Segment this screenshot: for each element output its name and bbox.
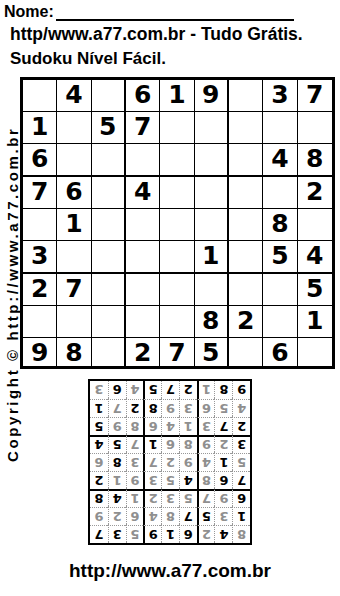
solution-cell-r3c1: 6 [232,489,250,507]
puzzle-cell-r8c5 [160,306,194,338]
puzzle-cell-r3c2 [57,144,91,177]
solution-cell-r9c4: 2 [179,381,197,399]
puzzle-cell-r6c2 [57,241,91,274]
solution-cell-r3c3: 7 [197,489,215,507]
solution-cell-r2c1: 1 [232,507,250,525]
puzzle-cell-r5c8: 8 [263,209,297,241]
puzzle-cell-r2c1: 1 [23,112,57,144]
puzzle-cell-r8c3 [92,306,126,338]
solution-cell-r6c8: 5 [108,435,126,453]
puzzle-cell-r9c8: 6 [263,338,297,369]
solution-cell-r6c6: 1 [143,435,161,453]
page: Nome: http/www.a77.com.br - Tudo Grátis.… [0,0,340,596]
solution-cell-r8c3: 6 [197,399,215,417]
solution-cell-r4c1: 7 [232,471,250,489]
solution-cell-r6c4: 8 [179,435,197,453]
puzzle-cell-r7c6 [195,274,229,306]
solution-cell-r5c1: 5 [232,453,250,471]
solution-cell-r9c5: 7 [161,381,179,399]
solution-cell-r7c2: 7 [214,417,232,435]
puzzle-cell-r6c1: 3 [23,241,57,274]
puzzle-cell-r2c4: 7 [126,112,160,144]
puzzle-cell-r5c6 [195,209,229,241]
solution-cell-r2c3: 5 [197,507,215,525]
name-row: Nome: [4,3,294,21]
puzzle-cell-r5c9 [298,209,332,241]
solution-cell-r7c6: 6 [143,417,161,435]
solution-cell-r5c9: 6 [90,453,108,471]
puzzle-cell-r1c7 [229,80,263,112]
solution-cell-r3c9: 8 [90,489,108,507]
solution-cell-r7c8: 9 [108,417,126,435]
puzzle-cell-r7c7 [229,274,263,306]
puzzle-cell-r9c2: 8 [57,338,91,369]
solution-grid: 8426195371357846296975321487684539125149… [88,379,252,545]
solution-cell-r5c7: 3 [126,453,144,471]
puzzle-cell-r1c9: 7 [298,80,332,112]
solution-cell-r9c7: 4 [126,381,144,399]
puzzle-cell-r7c8 [263,274,297,306]
puzzle-cell-r6c4 [126,241,160,274]
solution-cell-r2c4: 7 [179,507,197,525]
solution-cell-r4c2: 6 [214,471,232,489]
puzzle-cell-r8c8 [263,306,297,338]
solution-cell-r1c9: 7 [90,525,108,543]
puzzle-cell-r6c8: 5 [263,241,297,274]
puzzle-cell-r7c9: 5 [298,274,332,306]
solution-cell-r3c7: 1 [126,489,144,507]
solution-cell-r7c7: 8 [126,417,144,435]
puzzle-cell-r9c1: 9 [23,338,57,369]
puzzle-cell-r3c1: 6 [23,144,57,177]
solution-cell-r5c8: 8 [108,453,126,471]
solution-cell-r1c7: 5 [126,525,144,543]
puzzle-cell-r5c7 [229,209,263,241]
solution-cell-r6c1: 3 [232,435,250,453]
solution-cell-r6c2: 2 [214,435,232,453]
puzzle-cell-r7c5 [160,274,194,306]
solution-cell-r2c8: 2 [108,507,126,525]
puzzle-cell-r4c7 [229,177,263,209]
solution-cell-r4c4: 4 [179,471,197,489]
solution-cell-r7c5: 4 [161,417,179,435]
puzzle-cell-r1c5: 1 [160,80,194,112]
solution-cell-r9c8: 6 [108,381,126,399]
puzzle-cell-r3c9: 8 [298,144,332,177]
solution-cell-r3c6: 2 [143,489,161,507]
solution-cell-r9c2: 8 [214,381,232,399]
solution-cell-r4c5: 5 [161,471,179,489]
puzzle-cell-r1c4: 6 [126,80,160,112]
solution-cell-r3c8: 4 [108,489,126,507]
site-tagline: http/www.a77.com.br - Tudo Grátis. [10,24,340,46]
puzzle-cell-r4c8 [263,177,297,209]
solution-cell-r3c4: 5 [179,489,197,507]
puzzle-cell-r4c4: 4 [126,177,160,209]
solution-cell-r2c2: 3 [214,507,232,525]
solution-cell-r3c5: 3 [161,489,179,507]
solution-cell-r6c7: 7 [126,435,144,453]
puzzle-cell-r8c2 [57,306,91,338]
puzzle-cell-r7c1: 2 [23,274,57,306]
solution-cell-r6c3: 9 [197,435,215,453]
solution-cell-r4c9: 2 [90,471,108,489]
puzzle-cell-r9c7 [229,338,263,369]
solution-cell-r7c3: 3 [197,417,215,435]
puzzle-cell-r6c7 [229,241,263,274]
solution-cell-r1c8: 3 [108,525,126,543]
puzzle-cell-r8c7: 2 [229,306,263,338]
puzzle-cell-r2c3: 5 [92,112,126,144]
puzzle-cell-r9c4: 2 [126,338,160,369]
puzzle-cell-r1c3 [92,80,126,112]
puzzle-cell-r3c5 [160,144,194,177]
puzzle-cell-r4c5 [160,177,194,209]
puzzle-title: Sudoku Nível Fácil. [10,48,340,69]
solution-cell-r9c6: 5 [143,381,161,399]
puzzle-cell-r6c5 [160,241,194,274]
solution-cell-r3c2: 9 [214,489,232,507]
solution-cell-r2c9: 9 [90,507,108,525]
solution-cell-r8c1: 4 [232,399,250,417]
puzzle-cell-r8c6: 8 [195,306,229,338]
puzzle-grid: 4619371576487642183154275821982756 [20,77,335,369]
solution-cell-r6c5: 6 [161,435,179,453]
puzzle-cell-r1c2: 4 [57,80,91,112]
solution-cell-r7c9: 5 [90,417,108,435]
puzzle-cell-r2c2 [57,112,91,144]
solution-cell-r9c9: 3 [90,381,108,399]
puzzle-cell-r3c4 [126,144,160,177]
puzzle-cell-r3c6 [195,144,229,177]
puzzle-cell-r1c8: 3 [263,80,297,112]
solution-cell-r4c7: 9 [126,471,144,489]
solution-cell-r8c5: 9 [161,399,179,417]
solution-cell-r2c7: 6 [126,507,144,525]
puzzle-cell-r5c5 [160,209,194,241]
solution-cell-r2c5: 8 [161,507,179,525]
puzzle-cell-r4c2: 6 [57,177,91,209]
puzzle-cell-r4c3 [92,177,126,209]
solution-cell-r2c6: 4 [143,507,161,525]
solution-cell-r1c2: 4 [214,525,232,543]
puzzle-cell-r4c9: 2 [298,177,332,209]
puzzle-cell-r7c3 [92,274,126,306]
puzzle-cell-r6c6: 1 [195,241,229,274]
puzzle-cell-r1c6: 9 [195,80,229,112]
puzzle-cell-r8c1 [23,306,57,338]
solution-cell-r9c3: 1 [197,381,215,399]
puzzle-cell-r5c3 [92,209,126,241]
puzzle-cell-r3c8: 4 [263,144,297,177]
solution-cell-r8c9: 1 [90,399,108,417]
puzzle-cell-r5c4 [126,209,160,241]
solution-cell-r8c7: 2 [126,399,144,417]
solution-cell-r1c4: 6 [179,525,197,543]
solution-cell-r5c3: 4 [197,453,215,471]
puzzle-cell-r2c7 [229,112,263,144]
puzzle-cell-r6c3 [92,241,126,274]
puzzle-cell-r6c9: 4 [298,241,332,274]
puzzle-cell-r7c2: 7 [57,274,91,306]
puzzle-cell-r5c2: 1 [57,209,91,241]
copyright-text: Copyright © http://www.a77.com.br [4,127,21,462]
solution-cell-r5c4: 9 [179,453,197,471]
puzzle-cell-r3c7 [229,144,263,177]
solution-cell-r4c8: 1 [108,471,126,489]
solution-cell-r1c3: 2 [197,525,215,543]
solution-cell-r7c1: 2 [232,417,250,435]
puzzle-cell-r2c9 [298,112,332,144]
solution-cell-r4c3: 8 [197,471,215,489]
puzzle-cell-r9c9 [298,338,332,369]
puzzle-cell-r2c6 [195,112,229,144]
puzzle-cell-r8c9: 1 [298,306,332,338]
puzzle-cell-r9c6: 5 [195,338,229,369]
solution-cell-r8c2: 5 [214,399,232,417]
solution-cell-r5c5: 2 [161,453,179,471]
solution-cell-r1c1: 8 [232,525,250,543]
puzzle-cell-r9c5: 7 [160,338,194,369]
name-label: Nome: [4,3,54,21]
solution-cell-r1c5: 1 [161,525,179,543]
solution-cell-r9c1: 9 [232,381,250,399]
puzzle-cell-r1c1 [23,80,57,112]
solution-cell-r1c6: 9 [143,525,161,543]
puzzle-cell-r4c6 [195,177,229,209]
puzzle-cell-r9c3 [92,338,126,369]
puzzle-cell-r4c1: 7 [23,177,57,209]
puzzle-cell-r5c1 [23,209,57,241]
puzzle-cell-r2c5 [160,112,194,144]
solution-cell-r5c6: 7 [143,453,161,471]
solution-cell-r8c6: 8 [143,399,161,417]
puzzle-cell-r8c4 [126,306,160,338]
solution-cell-r8c8: 7 [108,399,126,417]
solution-cell-r4c6: 3 [143,471,161,489]
solution-cell-r7c4: 1 [179,417,197,435]
name-blank-line [56,3,294,21]
puzzle-cell-r7c4 [126,274,160,306]
solution-cell-r6c9: 4 [90,435,108,453]
footer-url: http://www.a77.com.br [0,560,340,582]
puzzle-cell-r2c8 [263,112,297,144]
solution-cell-r8c4: 3 [179,399,197,417]
solution-cell-r5c2: 1 [214,453,232,471]
puzzle-cell-r3c3 [92,144,126,177]
